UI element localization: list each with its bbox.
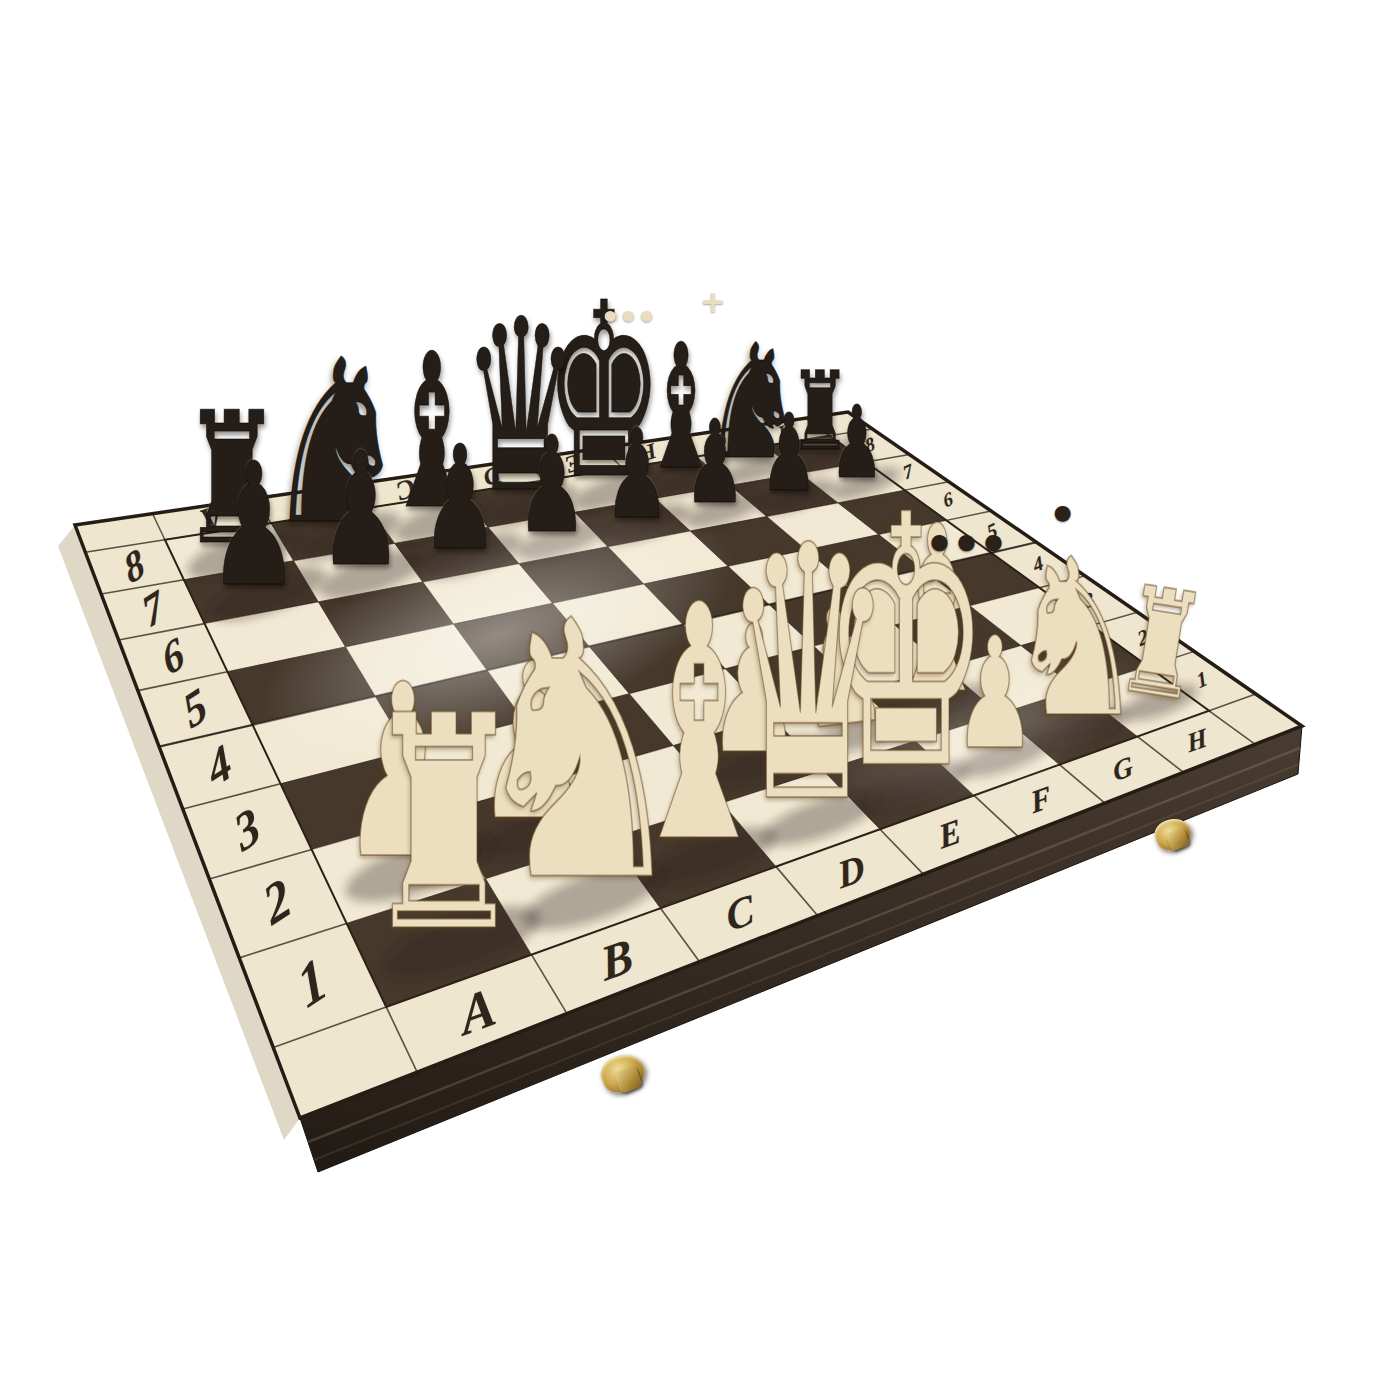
photo-stage: AA11BB22CC33DD44EE55FF66GG77HH88 ♜♞♝♟♚+♟… <box>0 0 1400 1400</box>
crown-accent: • <box>1048 492 1075 537</box>
piece-glyph: ♟ <box>208 440 299 610</box>
piece-glyph: ♟ <box>516 419 588 552</box>
crown-accent: + <box>700 286 724 317</box>
piece-glyph: ♜ <box>362 678 526 973</box>
crown-accent: ••• <box>600 302 655 333</box>
crown-accent: ••• <box>925 521 1006 567</box>
piece-glyph: ♟ <box>319 432 403 588</box>
piece-white-r-a1[interactable]: ♜ <box>444 949 708 1244</box>
piece-glyph: ♟ <box>604 413 670 536</box>
